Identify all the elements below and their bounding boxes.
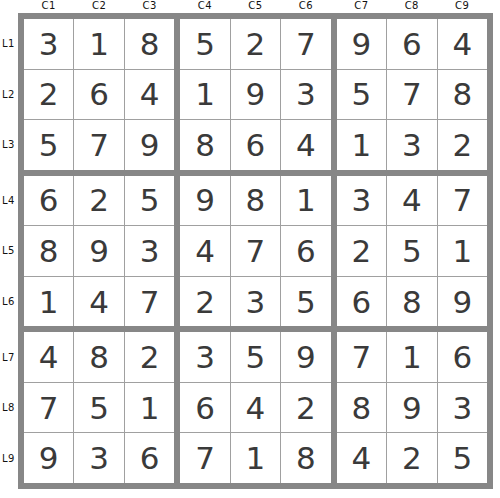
cell-L8C5[interactable]: 4: [231, 383, 280, 433]
cell-L7C3[interactable]: 2: [125, 332, 174, 382]
cell-L8C9[interactable]: 3: [438, 383, 487, 433]
cell-L4C2[interactable]: 2: [74, 176, 123, 226]
cell-L6C2[interactable]: 4: [74, 277, 123, 327]
cell-L3C6[interactable]: 4: [281, 120, 330, 170]
cell-L3C4[interactable]: 8: [180, 120, 229, 170]
column-label-group: C4C5C6: [180, 0, 330, 13]
box-5: 981476235: [180, 176, 330, 327]
column-label-C9: C9: [438, 0, 487, 13]
cell-L4C4[interactable]: 9: [180, 176, 229, 226]
cell-L3C8[interactable]: 3: [387, 120, 436, 170]
column-label-C1: C1: [24, 0, 73, 13]
cell-L5C1[interactable]: 8: [24, 226, 73, 276]
column-labels: C1C2C3C4C5C6C7C8C9: [24, 0, 487, 13]
cell-L4C5[interactable]: 8: [231, 176, 280, 226]
box-7: 482751936: [24, 332, 174, 483]
column-label-group: C1C2C3: [24, 0, 174, 13]
cell-L2C5[interactable]: 9: [231, 70, 280, 120]
box-3: 964578132: [337, 19, 487, 170]
cell-L8C2[interactable]: 5: [74, 383, 123, 433]
box-8: 359642718: [180, 332, 330, 483]
cell-L7C6[interactable]: 9: [281, 332, 330, 382]
cell-L3C1[interactable]: 5: [24, 120, 73, 170]
row-label-L2: L2: [0, 70, 18, 120]
sudoku-diagram: C1C2C3C4C5C6C7C8C9 L1L2L3L4L5L6L7L8L9 31…: [0, 0, 500, 498]
cell-L7C8[interactable]: 1: [387, 332, 436, 382]
cell-L8C4[interactable]: 6: [180, 383, 229, 433]
cell-L3C3[interactable]: 9: [125, 120, 174, 170]
cell-L6C7[interactable]: 6: [337, 277, 386, 327]
cell-L1C5[interactable]: 2: [231, 19, 280, 69]
cell-L2C3[interactable]: 4: [125, 70, 174, 120]
cell-L3C5[interactable]: 6: [231, 120, 280, 170]
box-9: 716893425: [337, 332, 487, 483]
cell-L7C9[interactable]: 6: [438, 332, 487, 382]
cell-L5C4[interactable]: 4: [180, 226, 229, 276]
cell-L7C1[interactable]: 4: [24, 332, 73, 382]
cell-L6C1[interactable]: 1: [24, 277, 73, 327]
cell-L9C7[interactable]: 4: [337, 433, 386, 483]
cell-L3C7[interactable]: 1: [337, 120, 386, 170]
cell-L8C7[interactable]: 8: [337, 383, 386, 433]
cell-L1C9[interactable]: 4: [438, 19, 487, 69]
row-label-L8: L8: [0, 383, 18, 433]
cell-L8C3[interactable]: 1: [125, 383, 174, 433]
column-label-C5: C5: [231, 0, 280, 13]
cell-L1C8[interactable]: 6: [387, 19, 436, 69]
cell-L9C5[interactable]: 1: [231, 433, 280, 483]
box-6: 347251689: [337, 176, 487, 327]
cell-L3C9[interactable]: 2: [438, 120, 487, 170]
column-label-C6: C6: [281, 0, 330, 13]
cell-L9C8[interactable]: 2: [387, 433, 436, 483]
cell-L6C9[interactable]: 9: [438, 277, 487, 327]
cell-L1C3[interactable]: 8: [125, 19, 174, 69]
cell-L2C2[interactable]: 6: [74, 70, 123, 120]
cell-L9C6[interactable]: 8: [281, 433, 330, 483]
column-label-group: C7C8C9: [337, 0, 487, 13]
column-label-C8: C8: [387, 0, 436, 13]
cell-L1C6[interactable]: 7: [281, 19, 330, 69]
cell-L7C4[interactable]: 3: [180, 332, 229, 382]
row-label-L6: L6: [0, 277, 18, 327]
cell-L4C6[interactable]: 1: [281, 176, 330, 226]
box-4: 625893147: [24, 176, 174, 327]
cell-L2C4[interactable]: 1: [180, 70, 229, 120]
cell-L6C5[interactable]: 3: [231, 277, 280, 327]
cell-L1C2[interactable]: 1: [74, 19, 123, 69]
cell-L9C2[interactable]: 3: [74, 433, 123, 483]
cell-L7C5[interactable]: 5: [231, 332, 280, 382]
cell-L1C7[interactable]: 9: [337, 19, 386, 69]
cell-L3C2[interactable]: 7: [74, 120, 123, 170]
row-label-L4: L4: [0, 176, 18, 226]
cell-L4C7[interactable]: 3: [337, 176, 386, 226]
sudoku-board: 3182645795271938649645781326258931479814…: [18, 13, 493, 489]
cell-L1C4[interactable]: 5: [180, 19, 229, 69]
cell-L9C3[interactable]: 6: [125, 433, 174, 483]
column-label-C3: C3: [125, 0, 174, 13]
cell-L2C1[interactable]: 2: [24, 70, 73, 120]
row-label-L7: L7: [0, 332, 18, 382]
cell-L8C6[interactable]: 2: [281, 383, 330, 433]
cell-L5C9[interactable]: 1: [438, 226, 487, 276]
box-2: 527193864: [180, 19, 330, 170]
cell-L9C9[interactable]: 5: [438, 433, 487, 483]
column-label-C4: C4: [180, 0, 229, 13]
cell-L9C1[interactable]: 9: [24, 433, 73, 483]
cell-L6C8[interactable]: 8: [387, 277, 436, 327]
cell-L4C3[interactable]: 5: [125, 176, 174, 226]
cell-L4C1[interactable]: 6: [24, 176, 73, 226]
column-label-C2: C2: [74, 0, 123, 13]
row-label-group: L4L5L6: [0, 176, 18, 327]
cell-L1C1[interactable]: 3: [24, 19, 73, 69]
cell-L5C5[interactable]: 7: [231, 226, 280, 276]
cell-L5C6[interactable]: 6: [281, 226, 330, 276]
cell-L2C6[interactable]: 3: [281, 70, 330, 120]
cell-L5C3[interactable]: 3: [125, 226, 174, 276]
cell-L6C6[interactable]: 5: [281, 277, 330, 327]
row-label-L9: L9: [0, 433, 18, 483]
cell-L8C8[interactable]: 9: [387, 383, 436, 433]
cell-L8C1[interactable]: 7: [24, 383, 73, 433]
row-label-group: L7L8L9: [0, 332, 18, 483]
row-label-group: L1L2L3: [0, 19, 18, 170]
cell-L2C9[interactable]: 8: [438, 70, 487, 120]
row-labels: L1L2L3L4L5L6L7L8L9: [0, 19, 18, 483]
column-label-C7: C7: [337, 0, 386, 13]
row-label-L3: L3: [0, 120, 18, 170]
cell-L2C8[interactable]: 7: [387, 70, 436, 120]
cell-L5C7[interactable]: 2: [337, 226, 386, 276]
cell-L7C2[interactable]: 8: [74, 332, 123, 382]
cell-L5C8[interactable]: 5: [387, 226, 436, 276]
cell-L4C8[interactable]: 4: [387, 176, 436, 226]
row-label-L1: L1: [0, 19, 18, 69]
cell-L9C4[interactable]: 7: [180, 433, 229, 483]
cell-L4C9[interactable]: 7: [438, 176, 487, 226]
cell-L6C3[interactable]: 7: [125, 277, 174, 327]
cell-L5C2[interactable]: 9: [74, 226, 123, 276]
cell-L2C7[interactable]: 5: [337, 70, 386, 120]
box-1: 318264579: [24, 19, 174, 170]
cell-L7C7[interactable]: 7: [337, 332, 386, 382]
cell-L6C4[interactable]: 2: [180, 277, 229, 327]
row-label-L5: L5: [0, 226, 18, 276]
